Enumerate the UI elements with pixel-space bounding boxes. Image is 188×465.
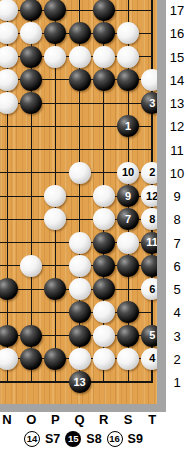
row-label-17: 17 xyxy=(166,4,188,17)
stone-white-p8[interactable] xyxy=(44,208,66,230)
stone-black-n3[interactable] xyxy=(0,325,18,347)
row-label-12: 12 xyxy=(166,120,188,133)
move-15-badge: 15 xyxy=(65,431,81,447)
stone-white-q6[interactable] xyxy=(69,255,91,277)
stone-white-r3[interactable] xyxy=(93,325,115,347)
stone-white-q2[interactable] xyxy=(69,348,91,370)
stone-black-p16[interactable] xyxy=(44,22,66,44)
stone-black-s3[interactable] xyxy=(117,325,139,347)
stone-white-t10[interactable]: 2 xyxy=(141,162,157,184)
stone-black-o13[interactable] xyxy=(20,92,42,114)
go-board[interactable]: 31102912781165413 xyxy=(0,0,157,404)
move-number: 4 xyxy=(149,353,155,364)
stone-white-s15[interactable] xyxy=(117,46,139,68)
move-number: 3 xyxy=(149,98,155,109)
move-number: 11 xyxy=(146,237,157,248)
stone-white-t2[interactable]: 4 xyxy=(141,348,157,370)
move-number: 7 xyxy=(125,214,131,225)
move-14-badge: 14 xyxy=(24,431,40,447)
stone-black-t6[interactable] xyxy=(141,255,157,277)
stone-white-p15[interactable] xyxy=(44,46,66,68)
stone-white-n13[interactable] xyxy=(0,92,18,114)
row-label-15: 15 xyxy=(166,50,188,63)
stone-white-r4[interactable] xyxy=(93,301,115,323)
stone-black-s4[interactable] xyxy=(117,301,139,323)
stone-black-s12[interactable]: 1 xyxy=(117,115,139,137)
stone-white-n2[interactable] xyxy=(0,348,18,370)
stone-black-r5[interactable] xyxy=(93,278,115,300)
move-number: 8 xyxy=(149,214,155,225)
move-number: 10 xyxy=(122,167,134,178)
row-label-2: 2 xyxy=(166,352,188,365)
col-label-r: R xyxy=(99,413,108,426)
stone-black-o15[interactable] xyxy=(20,46,42,68)
stone-white-t5[interactable]: 6 xyxy=(141,278,157,300)
stone-black-r6[interactable] xyxy=(93,255,115,277)
stone-black-s14[interactable] xyxy=(117,69,139,91)
stone-black-n5[interactable] xyxy=(0,278,18,300)
stone-black-r7[interactable] xyxy=(93,232,115,254)
row-label-4: 4 xyxy=(166,306,188,319)
col-label-p: P xyxy=(51,413,60,426)
stone-white-s2[interactable] xyxy=(117,348,139,370)
caption-moves-14-16: 14 S7 15 S8 16 S9 xyxy=(24,430,143,448)
move-number: 1 xyxy=(125,121,131,132)
move-16-badge: 16 xyxy=(107,431,123,447)
row-label-14: 14 xyxy=(166,73,188,86)
grid-line-horizontal xyxy=(0,149,153,150)
stone-white-r2[interactable] xyxy=(93,348,115,370)
move-number: 13 xyxy=(73,377,85,388)
row-label-6: 6 xyxy=(166,259,188,272)
stone-black-r14[interactable] xyxy=(93,69,115,91)
stone-white-q5[interactable] xyxy=(69,278,91,300)
move-number: 5 xyxy=(149,330,155,341)
stone-white-n17[interactable] xyxy=(0,0,18,21)
col-label-o: O xyxy=(26,413,36,426)
move-15-coord: S8 xyxy=(86,433,101,446)
row-label-1: 1 xyxy=(166,376,188,389)
row-label-5: 5 xyxy=(166,283,188,296)
stone-black-t13[interactable]: 3 xyxy=(141,92,157,114)
stone-black-q14[interactable] xyxy=(69,69,91,91)
move-number: 2 xyxy=(149,167,155,178)
stone-black-o2[interactable] xyxy=(20,348,42,370)
stone-black-r17[interactable] xyxy=(93,0,115,21)
stone-white-q15[interactable] xyxy=(69,46,91,68)
row-label-11: 11 xyxy=(166,143,188,156)
stone-white-t8[interactable]: 8 xyxy=(141,208,157,230)
stone-black-o3[interactable] xyxy=(20,325,42,347)
row-label-16: 16 xyxy=(166,27,188,40)
row-label-7: 7 xyxy=(166,236,188,249)
stone-white-q10[interactable] xyxy=(69,162,91,184)
stone-white-n15[interactable] xyxy=(0,46,18,68)
stone-black-p17[interactable] xyxy=(44,0,66,21)
row-label-13: 13 xyxy=(166,97,188,110)
stone-black-o14[interactable] xyxy=(20,69,42,91)
move-number: 12 xyxy=(146,191,157,202)
move-14-coord: S7 xyxy=(45,433,60,446)
stone-white-t9[interactable]: 12 xyxy=(141,185,157,207)
move-number: 9 xyxy=(125,191,131,202)
stone-white-s7[interactable] xyxy=(117,232,139,254)
stone-black-q3[interactable] xyxy=(69,325,91,347)
stone-black-q1[interactable]: 13 xyxy=(69,371,91,393)
stone-black-o17[interactable] xyxy=(20,0,42,21)
go-kifu-screenshot: 31102912781165413 17 16 15 14 13 12 11 1… xyxy=(0,0,188,465)
board-edge-bar-right xyxy=(157,0,166,412)
stone-white-r8[interactable] xyxy=(93,208,115,230)
stone-black-s6[interactable] xyxy=(117,255,139,277)
row-label-10: 10 xyxy=(166,166,188,179)
stone-white-p9[interactable] xyxy=(44,185,66,207)
stone-white-n16[interactable] xyxy=(0,22,18,44)
row-label-9: 9 xyxy=(166,190,188,203)
stone-white-r15[interactable] xyxy=(93,46,115,68)
move-16-coord: S9 xyxy=(128,433,143,446)
stone-white-t14[interactable] xyxy=(141,69,157,91)
stone-black-p2[interactable] xyxy=(44,348,66,370)
move-number: 6 xyxy=(149,284,155,295)
stone-white-r9[interactable] xyxy=(93,185,115,207)
stone-white-q7[interactable] xyxy=(69,232,91,254)
col-label-q: Q xyxy=(75,413,85,426)
stone-black-s9[interactable]: 9 xyxy=(117,185,139,207)
stone-black-t3[interactable]: 5 xyxy=(141,325,157,347)
stone-white-o16[interactable] xyxy=(20,22,42,44)
stone-black-r16[interactable] xyxy=(93,22,115,44)
stone-white-s16[interactable] xyxy=(117,22,139,44)
stone-white-s10[interactable]: 10 xyxy=(117,162,139,184)
stone-black-q16[interactable] xyxy=(69,22,91,44)
col-label-t: T xyxy=(148,413,156,426)
row-label-8: 8 xyxy=(166,213,188,226)
col-label-n: N xyxy=(2,413,11,426)
col-label-s: S xyxy=(124,413,133,426)
row-label-3: 3 xyxy=(166,329,188,342)
stone-black-s8[interactable]: 7 xyxy=(117,208,139,230)
stone-black-p5[interactable] xyxy=(44,278,66,300)
stone-white-n14[interactable] xyxy=(0,69,18,91)
stone-black-q4[interactable] xyxy=(69,301,91,323)
stone-white-o6[interactable] xyxy=(20,255,42,277)
stone-black-t7[interactable]: 11 xyxy=(141,232,157,254)
